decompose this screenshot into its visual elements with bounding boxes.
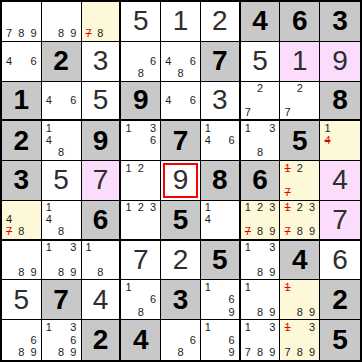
solved-digit: 2	[212, 7, 228, 35]
pencil-mark-1: 1	[122, 162, 134, 174]
solved-digit: 9	[332, 47, 348, 75]
pencil-mark-3: 3	[147, 202, 159, 214]
cell-r2c4[interactable]: 68	[121, 42, 161, 82]
pencil-mark-5	[55, 135, 67, 147]
pencil-mark-6	[67, 135, 79, 147]
pencil-mark-6: 6	[226, 334, 238, 347]
pencil-mark-2	[15, 321, 27, 334]
pencil-mark-5	[214, 334, 226, 347]
pencil-mark-3	[187, 321, 199, 334]
pencil-mark-1: 1	[43, 321, 55, 334]
pencil-mark-7	[122, 67, 134, 79]
pencil-mark-2	[135, 122, 147, 134]
pencil-mark-5	[174, 94, 186, 106]
cell-r7c7[interactable]: 1389	[241, 241, 281, 281]
pencil-mark-9: 9	[28, 266, 40, 278]
cell-r3c4[interactable]: 9	[121, 82, 161, 122]
pencil-mark-8	[294, 106, 306, 118]
cell-r2c7[interactable]: 5	[241, 42, 281, 82]
pencil-mark-5	[214, 135, 226, 147]
cell-r7c3[interactable]: 18	[82, 241, 122, 281]
pencil-mark-7: 7	[281, 226, 293, 238]
pencil-mark-2	[294, 281, 306, 293]
pencil-mark-8	[174, 106, 186, 118]
cell-r9c9[interactable]: 5	[320, 320, 360, 360]
pencil-mark-6	[147, 214, 159, 226]
pencil-mark-7	[242, 266, 254, 278]
cell-r2c1[interactable]: 46	[2, 42, 42, 82]
pencil-mark-1: 1	[122, 122, 134, 134]
pencil-marks: 148	[42, 201, 81, 239]
cell-r9c2[interactable]: 13689	[42, 320, 82, 360]
cell-r8c7[interactable]: 189	[241, 280, 281, 320]
pencil-mark-3	[28, 242, 40, 254]
pencil-marks: 46	[2, 42, 41, 81]
pencil-mark-5	[55, 254, 67, 266]
pencil-mark-4	[281, 94, 293, 106]
pencil-mark-3	[67, 83, 79, 95]
given-digit: 4	[252, 7, 268, 35]
pencil-mark-4	[281, 214, 293, 226]
pencil-mark-9	[306, 187, 318, 199]
cell-r4c3[interactable]: 9	[82, 121, 122, 161]
cell-r6c6[interactable]: 14	[201, 201, 241, 241]
cell-r2c8[interactable]: 1	[280, 42, 320, 82]
pencil-mark-9: 9	[306, 346, 318, 359]
pencil-mark-5	[334, 135, 347, 147]
pencil-mark-8: 8	[94, 266, 106, 278]
cell-r2c9[interactable]: 9	[320, 42, 360, 82]
pencil-mark-7	[162, 346, 174, 359]
cell-r1c6[interactable]: 2	[201, 2, 241, 42]
cell-r8c9[interactable]: 2	[320, 280, 360, 320]
cell-r7c2[interactable]: 1389	[42, 241, 82, 281]
pencil-mark-5	[135, 214, 147, 226]
pencil-mark-3: 3	[266, 122, 278, 134]
cell-r3c6[interactable]: 3	[201, 82, 241, 122]
cell-r7c8[interactable]: 4	[280, 241, 320, 281]
pencil-marks: 148	[42, 121, 81, 160]
pencil-mark-8	[214, 306, 226, 318]
cell-r4c2[interactable]: 148	[42, 121, 82, 161]
pencil-mark-9: 9	[266, 226, 278, 238]
pencil-mark-5	[135, 174, 147, 186]
pencil-mark-9	[147, 306, 159, 318]
pencil-mark-3	[28, 321, 40, 334]
pencil-mark-8	[135, 187, 147, 199]
pencil-mark-6	[306, 294, 318, 306]
pencil-mark-7	[162, 106, 174, 118]
given-digit: 5	[212, 246, 228, 274]
pencil-mark-1	[162, 43, 174, 55]
pencil-mark-3	[266, 281, 278, 293]
cell-r6c3[interactable]: 6	[82, 201, 122, 241]
pencil-mark-7: 7	[281, 346, 293, 359]
pencil-mark-2	[254, 281, 266, 293]
cell-r6c1[interactable]: 478	[2, 201, 42, 241]
cell-r5c5[interactable]: 9	[161, 161, 201, 201]
pencil-mark-8: 8	[174, 346, 186, 359]
pencil-mark-4	[281, 334, 293, 347]
given-digit: 4	[133, 326, 149, 354]
solved-digit: 5	[252, 47, 268, 75]
pencil-marks: 123789	[241, 201, 280, 239]
cell-r4c9[interactable]: 14	[320, 121, 360, 161]
cell-r9c4[interactable]: 4	[121, 320, 161, 360]
pencil-mark-4	[83, 254, 95, 266]
cell-r4c4[interactable]: 136	[121, 121, 161, 161]
pencil-mark-2	[55, 202, 67, 214]
cell-r3c9[interactable]: 8	[320, 82, 360, 122]
pencil-mark-2: 2	[254, 83, 266, 95]
cell-r9c7[interactable]: 13789	[241, 320, 281, 360]
given-digit: 9	[93, 127, 109, 155]
pencil-mark-1	[162, 83, 174, 95]
pencil-marks: 68	[161, 320, 200, 360]
pencil-mark-4: 4	[43, 214, 55, 226]
pencil-mark-2: 2	[294, 202, 306, 214]
pencil-marks: 138	[241, 121, 280, 160]
pencil-marks: 13789	[280, 320, 319, 360]
pencil-mark-5	[214, 294, 226, 306]
given-digit: 5	[292, 127, 308, 155]
cell-r1c9[interactable]: 3	[320, 2, 360, 42]
pencil-mark-9	[266, 147, 278, 159]
pencil-mark-4	[43, 334, 55, 347]
pencil-mark-8	[334, 147, 347, 159]
pencil-mark-9	[28, 67, 40, 79]
pencil-marks: 189	[241, 280, 280, 319]
given-digit: 2	[14, 127, 30, 155]
pencil-mark-7	[43, 147, 55, 159]
pencil-mark-5	[254, 254, 266, 266]
pencil-mark-3	[187, 43, 199, 55]
cell-r6c5[interactable]: 5	[161, 201, 201, 241]
pencil-mark-3	[106, 242, 118, 254]
cell-r7c5[interactable]: 2	[161, 241, 201, 281]
pencil-mark-5	[94, 254, 106, 266]
cell-r6c8[interactable]: 123789	[280, 201, 320, 241]
cell-r3c1[interactable]: 1	[2, 82, 42, 122]
pencil-marks: 46	[161, 82, 200, 120]
cell-r1c7[interactable]: 4	[241, 2, 281, 42]
pencil-mark-5	[294, 94, 306, 106]
pencil-mark-2	[174, 43, 186, 55]
pencil-marks: 46	[42, 82, 81, 120]
pencil-mark-8: 8	[254, 306, 266, 318]
solved-digit: 7	[93, 166, 109, 194]
cell-r3c8[interactable]: 27	[280, 82, 320, 122]
cell-r3c7[interactable]: 27	[241, 82, 281, 122]
pencil-mark-3	[28, 202, 40, 214]
cell-r9c6[interactable]: 169	[201, 320, 241, 360]
cell-r5c4[interactable]: 12	[121, 161, 161, 201]
given-digit: 9	[133, 86, 149, 114]
pencil-mark-2: 2	[135, 202, 147, 214]
given-digit: 7	[173, 127, 189, 155]
pencil-marks: 789	[2, 2, 41, 41]
pencil-mark-5	[294, 214, 306, 226]
pencil-mark-4	[122, 294, 134, 306]
pencil-mark-3	[28, 3, 40, 15]
pencil-mark-3	[266, 83, 278, 95]
cell-r1c5[interactable]: 1	[161, 2, 201, 42]
solved-digit: 6	[332, 246, 348, 274]
pencil-mark-5	[55, 94, 67, 106]
pencil-mark-6	[28, 15, 40, 27]
pencil-marks: 14	[201, 201, 239, 239]
pencil-mark-1: 1	[321, 122, 334, 134]
pencil-mark-7	[3, 346, 15, 359]
pencil-mark-3	[187, 83, 199, 95]
pencil-mark-6: 6	[187, 55, 199, 67]
cell-r5c6[interactable]: 8	[201, 161, 241, 201]
pencil-mark-7	[83, 266, 95, 278]
cell-r7c4[interactable]: 7	[121, 241, 161, 281]
cell-r4c8[interactable]: 5	[280, 121, 320, 161]
pencil-mark-5	[294, 334, 306, 347]
pencil-marks: 68	[121, 42, 160, 81]
pencil-mark-3	[306, 281, 318, 293]
cell-r3c2[interactable]: 46	[42, 82, 82, 122]
given-digit: 5	[173, 206, 189, 234]
pencil-mark-1: 1	[202, 202, 214, 214]
given-digit: 6	[292, 7, 308, 35]
pencil-mark-3	[306, 83, 318, 95]
pencil-mark-2	[135, 43, 147, 55]
cell-r4c7[interactable]: 138	[241, 121, 281, 161]
pencil-mark-6	[306, 94, 318, 106]
pencil-mark-5	[294, 174, 306, 186]
pencil-mark-2: 2	[294, 83, 306, 95]
pencil-mark-2: 2	[294, 162, 306, 174]
cell-r5c2[interactable]: 5	[42, 161, 82, 201]
pencil-mark-1: 1	[122, 202, 134, 214]
solved-digit: 7	[133, 246, 149, 274]
pencil-mark-4	[202, 294, 214, 306]
cell-r1c3[interactable]: 78	[82, 2, 122, 42]
cell-r5c1[interactable]: 3	[2, 161, 42, 201]
pencil-mark-1: 1	[202, 281, 214, 293]
pencil-mark-5	[135, 135, 147, 147]
pencil-mark-4	[3, 254, 15, 266]
pencil-mark-4	[242, 135, 254, 147]
pencil-mark-8: 8	[55, 266, 67, 278]
solved-digit: 1	[292, 47, 308, 75]
pencil-mark-3	[147, 162, 159, 174]
pencil-mark-3	[226, 202, 238, 214]
pencil-mark-5	[15, 254, 27, 266]
cell-r5c3[interactable]: 7	[82, 161, 122, 201]
cell-r4c1[interactable]: 2	[2, 121, 42, 161]
pencil-mark-9: 9	[306, 226, 318, 238]
pencil-mark-7: 7	[3, 226, 15, 238]
pencil-mark-2	[294, 321, 306, 334]
pencil-mark-8: 8	[254, 266, 266, 278]
pencil-mark-1: 1	[83, 242, 95, 254]
pencil-mark-6	[306, 214, 318, 226]
pencil-mark-1	[3, 321, 15, 334]
pencil-mark-4	[242, 334, 254, 347]
pencil-marks: 168	[121, 280, 160, 319]
pencil-mark-3: 3	[306, 321, 318, 334]
cell-r6c7[interactable]: 123789	[241, 201, 281, 241]
pencil-mark-6	[67, 254, 79, 266]
cell-r9c1[interactable]: 689	[2, 320, 42, 360]
pencil-mark-6: 6	[226, 135, 238, 147]
given-digit: 6	[93, 206, 109, 234]
cell-r9c5[interactable]: 68	[161, 320, 201, 360]
pencil-mark-8: 8	[55, 28, 67, 40]
cell-r5c7[interactable]: 6	[241, 161, 281, 201]
pencil-mark-3: 3	[266, 321, 278, 334]
cell-r3c5[interactable]: 46	[161, 82, 201, 122]
cell-r2c6[interactable]: 7	[201, 42, 241, 82]
pencil-mark-3: 3	[266, 202, 278, 214]
pencil-mark-5	[254, 294, 266, 306]
pencil-mark-8	[214, 346, 226, 359]
cell-r1c8[interactable]: 6	[280, 2, 320, 42]
pencil-mark-7	[43, 28, 55, 40]
pencil-marks: 27	[280, 82, 319, 120]
pencil-mark-9: 9	[266, 306, 278, 318]
cell-r6c2[interactable]: 148	[42, 201, 82, 241]
pencil-mark-7	[242, 306, 254, 318]
cell-r3c3[interactable]: 5	[82, 82, 122, 122]
pencil-mark-4: 4	[43, 94, 55, 106]
pencil-mark-6: 6	[147, 55, 159, 67]
pencil-mark-2	[334, 122, 347, 134]
pencil-mark-6	[346, 135, 359, 147]
pencil-mark-4: 4	[162, 55, 174, 67]
pencil-mark-1	[43, 3, 55, 15]
cell-r8c3[interactable]: 4	[82, 280, 122, 320]
pencil-mark-9	[306, 106, 318, 118]
pencil-mark-6: 6	[147, 135, 159, 147]
pencil-mark-9: 9	[28, 28, 40, 40]
cell-r4c6[interactable]: 146	[201, 121, 241, 161]
cell-r8c5[interactable]: 3	[161, 280, 201, 320]
cell-r2c5[interactable]: 468	[161, 42, 201, 82]
pencil-mark-2	[15, 43, 27, 55]
pencil-mark-2	[214, 122, 226, 134]
pencil-marks: 123	[121, 201, 160, 239]
pencil-mark-9: 9	[67, 266, 79, 278]
pencil-marks: 136	[121, 121, 160, 160]
pencil-mark-2	[15, 202, 27, 214]
pencil-mark-1: 1	[281, 321, 293, 334]
pencil-mark-8: 8	[15, 346, 27, 359]
given-digit: 2	[53, 47, 69, 75]
cell-r6c9[interactable]: 7	[320, 201, 360, 241]
pencil-mark-7	[242, 147, 254, 159]
cell-r1c4[interactable]: 5	[121, 2, 161, 42]
pencil-mark-3: 3	[266, 242, 278, 254]
pencil-marks: 14	[320, 121, 360, 160]
pencil-mark-6	[28, 254, 40, 266]
pencil-mark-8: 8	[294, 226, 306, 238]
pencil-marks: 169	[201, 280, 239, 319]
solved-digit: 4	[93, 286, 109, 314]
pencil-mark-6	[106, 15, 118, 27]
pencil-mark-3	[226, 281, 238, 293]
pencil-mark-8: 8	[254, 147, 266, 159]
solved-digit: 2	[173, 246, 189, 274]
pencil-mark-4	[202, 334, 214, 347]
given-digit: 7	[212, 47, 228, 75]
pencil-mark-7: 7	[242, 106, 254, 118]
cell-r6c4[interactable]: 123	[121, 201, 161, 241]
cell-r2c2[interactable]: 2	[42, 42, 82, 82]
pencil-mark-2	[94, 3, 106, 15]
pencil-mark-1	[3, 242, 15, 254]
pencil-mark-4: 4	[202, 135, 214, 147]
pencil-mark-7: 7	[3, 28, 15, 40]
cell-r9c3[interactable]: 2	[82, 320, 122, 360]
cell-r4c5[interactable]: 7	[161, 121, 201, 161]
pencil-mark-4	[122, 174, 134, 186]
cell-r5c9[interactable]: 4	[320, 161, 360, 201]
pencil-mark-2	[94, 242, 106, 254]
pencil-mark-9	[266, 106, 278, 118]
pencil-mark-4: 4	[162, 94, 174, 106]
cell-r7c6[interactable]: 5	[201, 241, 241, 281]
cell-r1c1[interactable]: 789	[2, 2, 42, 42]
cell-r8c4[interactable]: 168	[121, 280, 161, 320]
pencil-mark-8: 8	[15, 28, 27, 40]
cell-r7c1[interactable]: 89	[2, 241, 42, 281]
pencil-marks: 1389	[42, 241, 81, 280]
pencil-mark-6: 6	[28, 55, 40, 67]
cell-r5c8[interactable]: 127	[280, 161, 320, 201]
cell-r9c8[interactable]: 13789	[280, 320, 320, 360]
pencil-mark-3	[67, 202, 79, 214]
pencil-mark-9	[226, 226, 238, 238]
pencil-mark-4	[3, 15, 15, 27]
pencil-mark-1	[242, 83, 254, 95]
pencil-mark-8	[135, 226, 147, 238]
pencil-mark-3	[67, 3, 79, 15]
pencil-mark-6	[266, 294, 278, 306]
pencil-mark-9	[187, 346, 199, 359]
pencil-mark-7: 7	[281, 106, 293, 118]
cell-r8c6[interactable]: 169	[201, 280, 241, 320]
pencil-mark-5	[15, 55, 27, 67]
cell-r1c2[interactable]: 89	[42, 2, 82, 42]
pencil-mark-2	[254, 122, 266, 134]
pencil-mark-1	[3, 3, 15, 15]
pencil-mark-9	[28, 226, 40, 238]
pencil-mark-7: 7	[242, 226, 254, 238]
pencil-mark-7	[43, 266, 55, 278]
pencil-mark-5	[254, 214, 266, 226]
pencil-mark-8: 8	[55, 226, 67, 238]
pencil-mark-8: 8	[55, 346, 67, 359]
pencil-mark-7	[3, 266, 15, 278]
cell-r8c1[interactable]: 5	[2, 280, 42, 320]
pencil-mark-7	[162, 67, 174, 79]
pencil-mark-1	[122, 43, 134, 55]
pencil-mark-5	[254, 94, 266, 106]
cell-r7c9[interactable]: 6	[320, 241, 360, 281]
pencil-mark-8: 8	[174, 67, 186, 79]
given-digit: 1	[14, 86, 30, 114]
pencil-mark-8: 8	[15, 226, 27, 238]
cell-r8c8[interactable]: 189	[280, 280, 320, 320]
cell-r2c3[interactable]: 3	[82, 42, 122, 82]
pencil-mark-1	[43, 83, 55, 95]
cell-r8c2[interactable]: 7	[42, 280, 82, 320]
